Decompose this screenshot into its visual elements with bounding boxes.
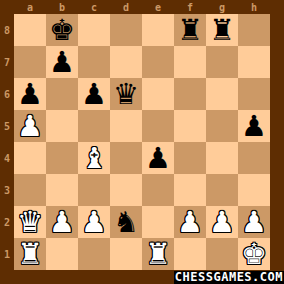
- square-b5[interactable]: [46, 110, 78, 142]
- square-c2[interactable]: ♟: [78, 206, 110, 238]
- square-h6[interactable]: [238, 78, 270, 110]
- rank-label-4: 4: [0, 142, 14, 174]
- black-pawn[interactable]: ♟: [145, 144, 171, 173]
- file-label-a: a: [14, 0, 46, 14]
- black-queen[interactable]: ♛: [113, 80, 139, 109]
- square-h3[interactable]: [238, 174, 270, 206]
- square-d5[interactable]: [110, 110, 142, 142]
- black-pawn[interactable]: ♟: [49, 48, 75, 77]
- black-rook[interactable]: ♜: [177, 16, 203, 45]
- square-d8[interactable]: [110, 14, 142, 46]
- white-pawn[interactable]: ♟: [241, 208, 267, 237]
- square-c6[interactable]: ♟: [78, 78, 110, 110]
- site-watermark: CHESSGAMES.COM: [174, 271, 284, 284]
- square-c3[interactable]: [78, 174, 110, 206]
- square-h8[interactable]: [238, 14, 270, 46]
- file-label-c: c: [78, 0, 110, 14]
- square-e7[interactable]: [142, 46, 174, 78]
- square-e1[interactable]: ♜: [142, 238, 174, 270]
- square-g4[interactable]: [206, 142, 238, 174]
- square-h2[interactable]: ♟: [238, 206, 270, 238]
- square-c4[interactable]: ♝: [78, 142, 110, 174]
- white-rook[interactable]: ♜: [17, 240, 43, 269]
- square-b8[interactable]: ♚: [46, 14, 78, 46]
- square-d4[interactable]: [110, 142, 142, 174]
- white-rook[interactable]: ♜: [145, 240, 171, 269]
- square-g8[interactable]: ♜: [206, 14, 238, 46]
- white-pawn[interactable]: ♟: [49, 208, 75, 237]
- white-bishop[interactable]: ♝: [81, 144, 107, 173]
- square-b1[interactable]: [46, 238, 78, 270]
- square-f2[interactable]: ♟: [174, 206, 206, 238]
- black-king[interactable]: ♚: [49, 16, 75, 45]
- square-h7[interactable]: [238, 46, 270, 78]
- square-f8[interactable]: ♜: [174, 14, 206, 46]
- square-f4[interactable]: [174, 142, 206, 174]
- square-a5[interactable]: ♟: [14, 110, 46, 142]
- white-pawn[interactable]: ♟: [17, 112, 43, 141]
- square-a2[interactable]: ♛: [14, 206, 46, 238]
- black-rook[interactable]: ♜: [209, 16, 235, 45]
- square-f7[interactable]: [174, 46, 206, 78]
- black-knight[interactable]: ♞: [113, 208, 139, 237]
- file-label-g: g: [206, 0, 238, 14]
- file-label-b: b: [46, 0, 78, 14]
- rank-label-8: 8: [0, 14, 14, 46]
- black-pawn[interactable]: ♟: [17, 80, 43, 109]
- square-f6[interactable]: [174, 78, 206, 110]
- square-c5[interactable]: [78, 110, 110, 142]
- square-g6[interactable]: [206, 78, 238, 110]
- square-d6[interactable]: ♛: [110, 78, 142, 110]
- file-label-d: d: [110, 0, 142, 14]
- file-labels: abcdefgh: [14, 0, 270, 14]
- square-d7[interactable]: [110, 46, 142, 78]
- square-a7[interactable]: [14, 46, 46, 78]
- rank-label-1: 1: [0, 238, 14, 270]
- square-a4[interactable]: [14, 142, 46, 174]
- square-h5[interactable]: ♟: [238, 110, 270, 142]
- square-a8[interactable]: [14, 14, 46, 46]
- chess-diagram: abcdefgh 87654321 ♚♜♜♟♟♟♛♟♟♝♟♛♟♟♞♟♟♟♜♜♚ …: [0, 0, 284, 284]
- square-b6[interactable]: [46, 78, 78, 110]
- square-e3[interactable]: [142, 174, 174, 206]
- square-f1[interactable]: [174, 238, 206, 270]
- white-pawn[interactable]: ♟: [209, 208, 235, 237]
- square-g2[interactable]: ♟: [206, 206, 238, 238]
- file-label-f: f: [174, 0, 206, 14]
- square-f3[interactable]: [174, 174, 206, 206]
- file-label-h: h: [238, 0, 270, 14]
- white-king[interactable]: ♚: [241, 240, 267, 269]
- square-e2[interactable]: [142, 206, 174, 238]
- square-d1[interactable]: [110, 238, 142, 270]
- square-e8[interactable]: [142, 14, 174, 46]
- rank-labels: 87654321: [0, 14, 14, 270]
- square-a3[interactable]: [14, 174, 46, 206]
- square-e4[interactable]: ♟: [142, 142, 174, 174]
- square-a6[interactable]: ♟: [14, 78, 46, 110]
- file-label-e: e: [142, 0, 174, 14]
- square-c7[interactable]: [78, 46, 110, 78]
- white-queen[interactable]: ♛: [17, 208, 43, 237]
- rank-label-2: 2: [0, 206, 14, 238]
- square-e5[interactable]: [142, 110, 174, 142]
- white-pawn[interactable]: ♟: [81, 208, 107, 237]
- rank-label-3: 3: [0, 174, 14, 206]
- black-pawn[interactable]: ♟: [81, 80, 107, 109]
- square-g7[interactable]: [206, 46, 238, 78]
- square-b7[interactable]: ♟: [46, 46, 78, 78]
- square-g5[interactable]: [206, 110, 238, 142]
- square-c1[interactable]: [78, 238, 110, 270]
- rank-label-5: 5: [0, 110, 14, 142]
- square-a1[interactable]: ♜: [14, 238, 46, 270]
- rank-label-7: 7: [0, 46, 14, 78]
- square-g3[interactable]: [206, 174, 238, 206]
- square-d3[interactable]: [110, 174, 142, 206]
- square-b2[interactable]: ♟: [46, 206, 78, 238]
- black-pawn[interactable]: ♟: [241, 112, 267, 141]
- square-f5[interactable]: [174, 110, 206, 142]
- square-b3[interactable]: [46, 174, 78, 206]
- chess-board: ♚♜♜♟♟♟♛♟♟♝♟♛♟♟♞♟♟♟♜♜♚: [14, 14, 270, 270]
- square-b4[interactable]: [46, 142, 78, 174]
- square-h4[interactable]: [238, 142, 270, 174]
- square-h1[interactable]: ♚: [238, 238, 270, 270]
- square-g1[interactable]: [206, 238, 238, 270]
- square-d2[interactable]: ♞: [110, 206, 142, 238]
- square-c8[interactable]: [78, 14, 110, 46]
- square-e6[interactable]: [142, 78, 174, 110]
- rank-label-6: 6: [0, 78, 14, 110]
- white-pawn[interactable]: ♟: [177, 208, 203, 237]
